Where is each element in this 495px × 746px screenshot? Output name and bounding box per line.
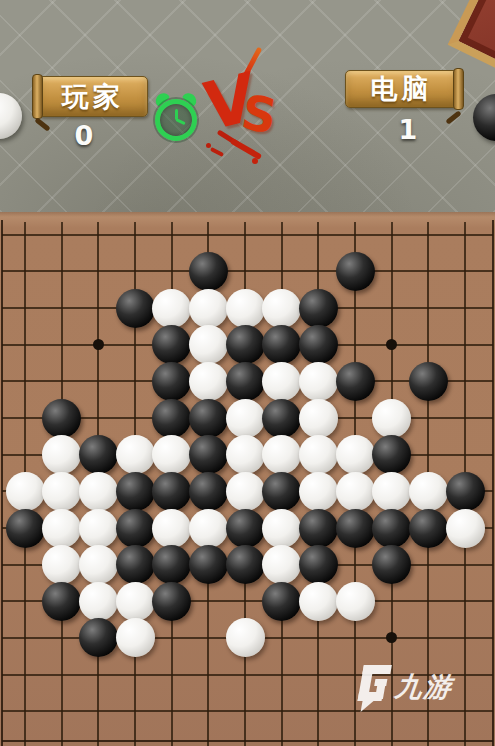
timer-icon xyxy=(153,95,199,141)
stone-white xyxy=(42,435,81,474)
player-stone-icon xyxy=(0,93,22,139)
stone-white xyxy=(189,289,228,328)
stone-white xyxy=(42,545,81,584)
stone-white xyxy=(262,545,301,584)
stone-white xyxy=(42,472,81,511)
stone-black xyxy=(262,472,301,511)
vs-splatter xyxy=(206,143,211,148)
player-name-banner: 玩家 xyxy=(38,76,148,117)
stone-black xyxy=(226,325,265,364)
board-edge-line xyxy=(492,220,494,746)
stone-black xyxy=(372,509,411,548)
stone-white xyxy=(336,582,375,621)
stone-black xyxy=(409,362,448,401)
stone-white xyxy=(262,289,301,328)
stone-white xyxy=(372,399,411,438)
stone-white xyxy=(6,472,45,511)
stone-black xyxy=(409,509,448,548)
stone-black xyxy=(189,472,228,511)
stone-white xyxy=(189,362,228,401)
stone-black xyxy=(116,545,155,584)
stone-white xyxy=(336,472,375,511)
stone-black xyxy=(152,582,191,621)
computer-label: 电脑 xyxy=(371,73,433,104)
scroll-roll xyxy=(32,74,43,119)
header: 玩家 0 V S 电脑 1 xyxy=(0,0,495,212)
stone-black xyxy=(152,399,191,438)
stone-white xyxy=(79,509,118,548)
stone-black xyxy=(42,399,81,438)
stone-black xyxy=(189,545,228,584)
stone-black xyxy=(446,472,485,511)
stone-white xyxy=(116,435,155,474)
stone-black xyxy=(79,435,118,474)
9game-logo-icon xyxy=(352,663,394,711)
board-edge-line xyxy=(2,740,493,742)
stone-white xyxy=(262,509,301,548)
computer-name-banner: 电脑 xyxy=(345,70,458,108)
stone-black xyxy=(299,545,338,584)
stone-black xyxy=(372,545,411,584)
stone-black xyxy=(152,325,191,364)
stone-white xyxy=(226,289,265,328)
stone-black xyxy=(336,362,375,401)
stone-white xyxy=(152,435,191,474)
stone-black xyxy=(226,362,265,401)
grid-line xyxy=(2,234,493,236)
stone-black xyxy=(152,545,191,584)
stone-white xyxy=(79,545,118,584)
star-point xyxy=(386,339,397,350)
star-point xyxy=(386,632,397,643)
stone-black xyxy=(152,362,191,401)
stone-white xyxy=(116,618,155,657)
stone-white xyxy=(152,509,191,548)
stone-white xyxy=(336,435,375,474)
stone-white xyxy=(79,472,118,511)
stone-black xyxy=(226,509,265,548)
stone-white xyxy=(79,582,118,621)
stone-black xyxy=(262,582,301,621)
player-score: 0 xyxy=(34,120,134,151)
stone-white xyxy=(299,472,338,511)
vs-splatter xyxy=(252,158,258,164)
stone-black xyxy=(299,509,338,548)
star-point xyxy=(93,339,104,350)
stone-black xyxy=(152,472,191,511)
stone-black xyxy=(299,289,338,328)
stone-white xyxy=(226,435,265,474)
game-screen: 玩家 0 V S 电脑 1 xyxy=(0,0,495,746)
stone-white xyxy=(299,362,338,401)
board-edge-line xyxy=(1,220,3,746)
stone-black xyxy=(262,399,301,438)
watermark-text: 九游 xyxy=(393,669,455,705)
stone-white xyxy=(446,509,485,548)
stone-white xyxy=(226,472,265,511)
stone-white xyxy=(262,362,301,401)
stone-black xyxy=(6,509,45,548)
stone-white xyxy=(299,582,338,621)
stone-black xyxy=(189,435,228,474)
computer-score: 1 xyxy=(358,114,458,145)
stone-white xyxy=(409,472,448,511)
stone-white xyxy=(42,509,81,548)
stone-white xyxy=(152,289,191,328)
stone-black xyxy=(226,545,265,584)
stone-black xyxy=(372,435,411,474)
vs-graphic: V S xyxy=(196,40,306,175)
stone-black xyxy=(42,582,81,621)
stone-white xyxy=(262,435,301,474)
stone-white xyxy=(299,435,338,474)
stone-white xyxy=(116,582,155,621)
stone-white xyxy=(189,325,228,364)
stone-white xyxy=(226,399,265,438)
stone-black xyxy=(336,252,375,291)
stone-black xyxy=(116,509,155,548)
computer-stone-icon xyxy=(473,94,495,141)
stone-black xyxy=(116,289,155,328)
stone-black xyxy=(116,472,155,511)
stone-white xyxy=(226,618,265,657)
stone-white xyxy=(372,472,411,511)
grid-line xyxy=(2,270,493,272)
stone-black xyxy=(262,325,301,364)
watermark: 九游 xyxy=(356,663,453,711)
stone-white xyxy=(189,509,228,548)
stone-black xyxy=(79,618,118,657)
stone-black xyxy=(189,252,228,291)
stone-black xyxy=(336,509,375,548)
vs-splatter xyxy=(210,147,224,157)
stone-black xyxy=(189,399,228,438)
player-label: 玩家 xyxy=(62,81,124,112)
stone-black xyxy=(299,325,338,364)
scroll-roll xyxy=(453,68,464,110)
stone-white xyxy=(299,399,338,438)
